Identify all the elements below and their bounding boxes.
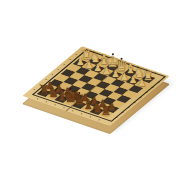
piece-finial-tip bbox=[111, 53, 113, 55]
frame-coordinate-mark bbox=[80, 113, 82, 114]
frame-coordinate-mark bbox=[45, 79, 47, 80]
frame-coordinate-mark bbox=[33, 89, 35, 90]
frame-coordinate-mark bbox=[71, 110, 73, 111]
frame-coordinate-mark bbox=[45, 101, 47, 102]
frame-coordinate-mark bbox=[98, 119, 100, 120]
frame-coordinate-mark bbox=[51, 74, 53, 75]
chess-board bbox=[22, 46, 170, 126]
frame-coordinate-mark bbox=[39, 84, 41, 85]
frame-coordinate-mark bbox=[62, 107, 64, 108]
frame-coordinate-mark bbox=[89, 116, 91, 117]
frame-coordinate-mark bbox=[54, 104, 56, 105]
frame-coordinate-mark bbox=[36, 98, 38, 99]
frame-coordinate-mark bbox=[75, 54, 77, 55]
frame-coordinate-mark bbox=[57, 69, 59, 70]
frame-coordinate-mark bbox=[63, 64, 65, 65]
product-photo: ♜♞♟♝♟♚♟♛♟♝♟♞♟♜♟♟♟♟♜♟♞♟♝♟♚♟♛♟♝♟♞♜ bbox=[0, 0, 185, 185]
frame-coordinate-mark bbox=[69, 59, 71, 60]
